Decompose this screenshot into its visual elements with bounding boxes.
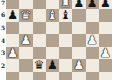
square-b6[interactable]: ♛ [19, 9, 32, 22]
white-pawn-f2: ♟ [72, 59, 85, 72]
white-pawn-b4: ♟ [19, 34, 32, 47]
square-f2[interactable]: ♟ [72, 59, 85, 72]
square-c1[interactable] [33, 72, 46, 80]
white-pawn-g4: ♟ [86, 34, 99, 47]
square-f4[interactable] [72, 34, 85, 47]
square-d2[interactable]: ♟ [46, 59, 59, 72]
square-a5[interactable] [6, 22, 19, 35]
square-h4[interactable] [99, 34, 112, 47]
square-e4[interactable] [59, 34, 72, 47]
square-d4[interactable] [46, 34, 59, 47]
white-queen-b6: ♛ [19, 9, 32, 22]
square-h7[interactable]: ♟ [99, 0, 112, 9]
square-b4[interactable]: ♟ [19, 34, 32, 47]
square-a1[interactable] [6, 72, 19, 80]
white-pawn-a3: ♟ [6, 47, 19, 60]
square-b3[interactable] [19, 47, 32, 60]
black-bishop-e6: ♝ [59, 9, 72, 22]
square-f5[interactable] [72, 22, 85, 35]
square-a3[interactable]: ♟ [6, 47, 19, 60]
black-pawn-g7: ♟ [86, 0, 99, 9]
square-e5[interactable] [59, 22, 72, 35]
square-b1[interactable] [19, 72, 32, 80]
square-e6[interactable]: ♝ [59, 9, 72, 22]
square-a6[interactable]: ♟ [6, 9, 19, 22]
black-pawn-d2: ♟ [46, 59, 59, 72]
square-h6[interactable] [99, 9, 112, 22]
square-e2[interactable] [59, 59, 72, 72]
square-d6[interactable]: ♝ [46, 9, 59, 22]
square-c7[interactable] [33, 0, 46, 9]
square-h5[interactable] [99, 22, 112, 35]
square-e3[interactable] [59, 47, 72, 60]
square-f7[interactable]: ♟ [72, 0, 85, 9]
square-a2[interactable] [6, 59, 19, 72]
chess-diagram: 765432 ♜♟♟♟♟♛♝♝♟♟♟♟♛♟♟ [0, 0, 120, 80]
square-h1[interactable] [99, 72, 112, 80]
square-c6[interactable] [33, 9, 46, 22]
white-pawn-h3: ♟ [99, 47, 112, 60]
black-pawn-h7: ♟ [99, 0, 112, 9]
white-bishop-d6: ♝ [46, 9, 59, 22]
black-pawn-f7: ♟ [72, 0, 85, 9]
square-b2[interactable] [19, 59, 32, 72]
black-queen-c2: ♛ [33, 59, 46, 72]
square-f6[interactable] [72, 9, 85, 22]
square-a4[interactable] [6, 34, 19, 47]
square-c2[interactable]: ♛ [33, 59, 46, 72]
square-d1[interactable] [46, 72, 59, 80]
square-f1[interactable] [72, 72, 85, 80]
chess-board: ♜♟♟♟♟♛♝♝♟♟♟♟♛♟♟ [6, 0, 112, 80]
square-g6[interactable] [86, 9, 99, 22]
square-h3[interactable]: ♟ [99, 47, 112, 60]
square-g3[interactable] [86, 47, 99, 60]
square-e1[interactable] [59, 72, 72, 80]
square-g4[interactable]: ♟ [86, 34, 99, 47]
square-c4[interactable] [33, 34, 46, 47]
square-g1[interactable] [86, 72, 99, 80]
square-d5[interactable] [46, 22, 59, 35]
square-g2[interactable] [86, 59, 99, 72]
black-pawn-a6: ♟ [6, 9, 19, 22]
square-h2[interactable] [99, 59, 112, 72]
square-c5[interactable] [33, 22, 46, 35]
square-g7[interactable]: ♟ [86, 0, 99, 9]
